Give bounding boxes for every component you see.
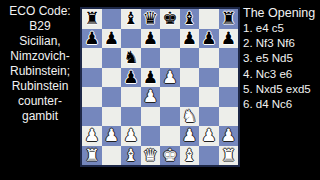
square-c7 xyxy=(121,29,141,49)
black-pawn: ♟ xyxy=(104,29,119,49)
eco-line: B29 xyxy=(0,19,80,34)
square-e6 xyxy=(160,48,180,68)
white-pawn: ♟ xyxy=(84,126,99,146)
square-f2: ♟ xyxy=(180,126,200,146)
square-b4 xyxy=(102,87,122,107)
white-rook: ♜ xyxy=(84,146,99,166)
move-item: 5. Nxd5 exd5 xyxy=(243,82,320,97)
square-g8 xyxy=(199,9,219,29)
board-grid: ♜♝♛♚♝♜♟♟♟♟♟♟♞♟♟♟♟♞♟♟♟♟♟♟♜♝♛♚♝♜ xyxy=(82,9,238,165)
square-g3 xyxy=(199,107,219,127)
eco-line: counter- xyxy=(0,94,80,109)
black-pawn: ♟ xyxy=(201,29,216,49)
square-a6 xyxy=(82,48,102,68)
square-h1: ♜ xyxy=(219,146,239,166)
square-f6 xyxy=(180,48,200,68)
square-c2: ♟ xyxy=(121,126,141,146)
square-f7: ♟ xyxy=(180,29,200,49)
square-g1 xyxy=(199,146,219,166)
eco-line: Rubinstein; xyxy=(0,64,80,79)
black-bishop: ♝ xyxy=(123,9,138,29)
square-b8 xyxy=(102,9,122,29)
square-b6 xyxy=(102,48,122,68)
move-list: 1. e4 c52. Nf3 Nf63. e5 Nd54. Nc3 e65. N… xyxy=(243,21,320,112)
square-c1: ♝ xyxy=(121,146,141,166)
square-d8: ♛ xyxy=(141,9,161,29)
square-a8: ♜ xyxy=(82,9,102,29)
square-a4 xyxy=(82,87,102,107)
black-pawn: ♟ xyxy=(84,29,99,49)
square-b3 xyxy=(102,107,122,127)
move-item: 6. d4 Nc6 xyxy=(243,97,320,112)
square-h2: ♟ xyxy=(219,126,239,146)
move-item: 2. Nf3 Nf6 xyxy=(243,36,320,51)
square-g6 xyxy=(199,48,219,68)
square-b1 xyxy=(102,146,122,166)
black-knight: ♞ xyxy=(123,48,138,68)
white-pawn: ♟ xyxy=(123,126,138,146)
square-d3 xyxy=(141,107,161,127)
square-g7: ♟ xyxy=(199,29,219,49)
square-b7: ♟ xyxy=(102,29,122,49)
square-a5 xyxy=(82,68,102,88)
square-h8: ♜ xyxy=(219,9,239,29)
eco-line: Nimzovich- xyxy=(0,49,80,64)
black-pawn: ♟ xyxy=(221,29,236,49)
white-pawn: ♟ xyxy=(143,87,158,107)
white-pawn: ♟ xyxy=(221,126,236,146)
square-c6: ♞ xyxy=(121,48,141,68)
black-queen: ♛ xyxy=(143,9,158,29)
square-d7: ♟ xyxy=(141,29,161,49)
white-king: ♚ xyxy=(162,146,177,166)
square-d1: ♛ xyxy=(141,146,161,166)
square-c4 xyxy=(121,87,141,107)
square-c3 xyxy=(121,107,141,127)
square-h7: ♟ xyxy=(219,29,239,49)
square-f8: ♝ xyxy=(180,9,200,29)
square-e8: ♚ xyxy=(160,9,180,29)
square-a1: ♜ xyxy=(82,146,102,166)
opening-title: The Opening xyxy=(243,6,320,21)
eco-line: gambit xyxy=(0,109,80,124)
white-pawn: ♟ xyxy=(104,126,119,146)
white-bishop: ♝ xyxy=(182,146,197,166)
square-h4 xyxy=(219,87,239,107)
white-queen: ♛ xyxy=(143,146,158,166)
square-g2: ♟ xyxy=(199,126,219,146)
black-pawn: ♟ xyxy=(182,29,197,49)
black-king: ♚ xyxy=(162,9,177,29)
square-b5 xyxy=(102,68,122,88)
chess-board: ♜♝♛♚♝♜♟♟♟♟♟♟♞♟♟♟♟♞♟♟♟♟♟♟♜♝♛♚♝♜ xyxy=(80,7,240,167)
square-e5: ♟ xyxy=(160,68,180,88)
eco-line: Sicilian, xyxy=(0,34,80,49)
white-pawn: ♟ xyxy=(162,68,177,88)
white-pawn: ♟ xyxy=(182,126,197,146)
square-a7: ♟ xyxy=(82,29,102,49)
move-item: 3. e5 Nd5 xyxy=(243,51,320,66)
square-e1: ♚ xyxy=(160,146,180,166)
white-knight: ♞ xyxy=(182,107,197,127)
move-item: 4. Nc3 e6 xyxy=(243,67,320,82)
eco-line: ECO Code: xyxy=(0,4,80,19)
black-rook: ♜ xyxy=(84,9,99,29)
square-c8: ♝ xyxy=(121,9,141,29)
square-d4: ♟ xyxy=(141,87,161,107)
square-a2: ♟ xyxy=(82,126,102,146)
black-pawn: ♟ xyxy=(143,29,158,49)
square-f4 xyxy=(180,87,200,107)
black-pawn: ♟ xyxy=(123,68,138,88)
opening-panel: The Opening 1. e4 c52. Nf3 Nf63. e5 Nd54… xyxy=(243,6,320,112)
square-e3 xyxy=(160,107,180,127)
chess-thumbnail: ECO Code:B29Sicilian,Nimzovich-Rubinstei… xyxy=(0,0,320,180)
square-h6 xyxy=(219,48,239,68)
square-f3: ♞ xyxy=(180,107,200,127)
black-rook: ♜ xyxy=(221,9,236,29)
white-pawn: ♟ xyxy=(201,126,216,146)
move-item: 1. e4 c5 xyxy=(243,21,320,36)
square-d6 xyxy=(141,48,161,68)
square-f1: ♝ xyxy=(180,146,200,166)
square-d2 xyxy=(141,126,161,146)
black-bishop: ♝ xyxy=(182,9,197,29)
white-bishop: ♝ xyxy=(123,146,138,166)
square-d5: ♟ xyxy=(141,68,161,88)
square-g4 xyxy=(199,87,219,107)
square-h5 xyxy=(219,68,239,88)
square-g5 xyxy=(199,68,219,88)
white-rook: ♜ xyxy=(221,146,236,166)
square-f5 xyxy=(180,68,200,88)
square-e2 xyxy=(160,126,180,146)
eco-panel: ECO Code:B29Sicilian,Nimzovich-Rubinstei… xyxy=(0,4,80,124)
square-a3 xyxy=(82,107,102,127)
square-e4 xyxy=(160,87,180,107)
square-h3 xyxy=(219,107,239,127)
square-e7 xyxy=(160,29,180,49)
eco-line: Rubinstein xyxy=(0,79,80,94)
square-b2: ♟ xyxy=(102,126,122,146)
black-pawn: ♟ xyxy=(143,68,158,88)
square-c5: ♟ xyxy=(121,68,141,88)
